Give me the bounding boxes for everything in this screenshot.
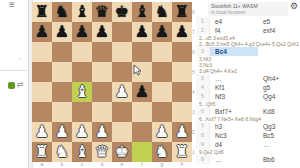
square-b7[interactable]: ♟ [52, 22, 72, 42]
square-h2[interactable]: ♟ [172, 122, 192, 142]
white-pawn[interactable]: ♟ [72, 122, 92, 142]
white-rook[interactable]: ♜ [32, 142, 52, 162]
white-pawn[interactable]: ♟ [92, 122, 112, 142]
engine-info-box: Stockfish 11+ WASM in local browser [208, 2, 288, 16]
square-e7[interactable] [112, 22, 132, 42]
square-h8[interactable]: ♜ [172, 2, 192, 22]
square-f2[interactable] [132, 122, 152, 142]
move-white[interactable]: Bc4 [210, 47, 258, 56]
white-pawn[interactable]: ♟ [52, 122, 72, 142]
engine-status: in local browser [211, 9, 285, 15]
square-a8[interactable]: ♜ [32, 2, 52, 22]
move-black[interactable]: Qg3 [258, 122, 300, 131]
black-pawn[interactable]: ♟ [72, 22, 92, 42]
square-b5[interactable] [52, 62, 72, 82]
square-a6[interactable] [32, 42, 52, 62]
move-number: 2 [196, 26, 210, 35]
white-knight[interactable]: ♞ [152, 142, 172, 162]
black-pawn[interactable]: ♟ [132, 22, 152, 42]
dot-icon: ◦ [19, 55, 21, 62]
square-d7[interactable]: ♟ [92, 22, 112, 42]
move-panel: Stockfish 11+ WASM in local browser ⚙ 1e… [196, 0, 300, 168]
square-a7[interactable]: ♟ [32, 22, 52, 42]
move-black[interactable]: Qg4 [258, 92, 300, 101]
rank-label-2: 2 [192, 122, 195, 142]
white-bishop[interactable]: ♝ [72, 142, 92, 162]
move-row: 6Bxf7+Kd8 [196, 107, 300, 116]
move-number: 4 [196, 83, 210, 92]
square-b2[interactable]: ♟ [52, 122, 72, 142]
square-h7[interactable]: ♟ [172, 22, 192, 42]
square-f8[interactable]: ♝ [132, 2, 152, 22]
move-black[interactable]: Kd8 [258, 107, 300, 116]
move-black[interactable]: Qh4+ [258, 74, 300, 83]
move-row: 3…Qh4+ [196, 74, 300, 83]
square-h6[interactable] [172, 42, 192, 62]
square-c8[interactable]: ♝ [72, 2, 92, 22]
square-g7[interactable]: ♟ [152, 22, 172, 42]
square-f5[interactable] [132, 62, 152, 82]
square-g5[interactable] [152, 62, 172, 82]
move-row: 3Bc4 [196, 47, 300, 56]
square-c4[interactable]: ♝ [72, 82, 92, 102]
move-row: 5Nf3Qg4 [196, 92, 300, 101]
file-label-f: f [132, 161, 152, 167]
black-pawn[interactable]: ♟ [32, 22, 52, 42]
square-e2[interactable] [112, 122, 132, 142]
move-black[interactable]: Bb6 [258, 155, 300, 164]
black-knight[interactable]: ♞ [152, 2, 172, 22]
move-number: 3 [196, 47, 210, 56]
rank-label-8: 8 [192, 2, 195, 22]
chess-board: ♜♞♝♛♚♝♞♜♟♟♟♟♟♟♟♝♟♟♟♟♟♟♟♟♜♞♝♛♚♞♜ [32, 2, 192, 162]
white-bishop[interactable]: ♝ [72, 82, 92, 102]
rank-coordinates: 87654321 [192, 2, 195, 162]
square-b4[interactable] [52, 82, 72, 102]
rank-label-1: 1 [192, 142, 195, 162]
square-h3[interactable] [172, 102, 192, 122]
hamburger-menu-icon[interactable]: ≡ [9, 0, 15, 10]
square-e8[interactable]: ♚ [112, 2, 132, 22]
square-f1[interactable] [132, 142, 152, 162]
move-row: 7h3Qg3 [196, 122, 300, 131]
square-a4[interactable] [32, 82, 52, 102]
move-number: 5 [196, 92, 210, 101]
square-d2[interactable]: ♟ [92, 122, 112, 142]
white-rook[interactable]: ♜ [172, 142, 192, 162]
square-f6[interactable] [132, 42, 152, 62]
black-rook[interactable]: ♜ [32, 2, 52, 22]
swap-icon[interactable]: ⇄ [17, 80, 24, 89]
square-b6[interactable] [52, 42, 72, 62]
square-d5[interactable] [92, 62, 112, 82]
square-c7[interactable]: ♟ [72, 22, 92, 42]
move-number: 1 [196, 17, 210, 26]
rank-label-3: 3 [192, 102, 195, 122]
black-bishop[interactable]: ♝ [72, 2, 92, 22]
black-pawn[interactable]: ♟ [92, 22, 112, 42]
square-h4[interactable] [172, 82, 192, 102]
square-f4[interactable]: ♟ [132, 82, 152, 102]
move-row: 1e4e5 [196, 17, 300, 26]
move-white[interactable]: h3 [210, 122, 258, 131]
white-pawn[interactable]: ♟ [112, 82, 132, 102]
square-e3[interactable] [112, 102, 132, 122]
square-d3[interactable] [92, 102, 112, 122]
white-knight[interactable]: ♞ [52, 142, 72, 162]
gear-icon[interactable]: ⚙ [290, 1, 298, 11]
move-black[interactable]: … [258, 140, 300, 149]
left-sidebar: ≡ ◦ ⇄ [0, 0, 29, 168]
white-queen[interactable]: ♛ [92, 142, 112, 162]
square-c3[interactable] [72, 102, 92, 122]
square-g4[interactable] [152, 82, 172, 102]
square-b1[interactable]: ♞ [52, 142, 72, 162]
square-d1[interactable]: ♛ [92, 142, 112, 162]
square-e4[interactable]: ♟ [112, 82, 132, 102]
move-black[interactable]: exf4 [258, 26, 300, 35]
move-list: 1e4e52f4exf42...d5 3.exd5 e42...Bc5 3.fx… [196, 17, 300, 164]
move-row: 4Kf1g5 [196, 83, 300, 92]
square-g1[interactable]: ♞ [152, 142, 172, 162]
square-c5[interactable] [72, 62, 92, 82]
square-h1[interactable]: ♜ [172, 142, 192, 162]
move-white[interactable]: Nf3 [210, 92, 258, 101]
square-d8[interactable]: ♛ [92, 2, 112, 22]
square-g3[interactable] [152, 102, 172, 122]
move-black[interactable]: g5 [258, 83, 300, 92]
square-a1[interactable]: ♜ [32, 142, 52, 162]
sidebar-divider [0, 70, 28, 71]
rank-label-7: 7 [192, 22, 195, 42]
square-b3[interactable] [52, 102, 72, 122]
square-e1[interactable]: ♚ [112, 142, 132, 162]
square-c1[interactable]: ♝ [72, 142, 92, 162]
move-number: 6 [196, 107, 210, 116]
analysis-app: ≡ ◦ ⇄ ♜♞♝♛♚♝♞♜♟♟♟♟♟♟♟♝♟♟♟♟♟♟♟♟♜♞♝♛♚♞♜ ab… [0, 0, 300, 168]
square-d4[interactable] [92, 82, 112, 102]
rank-label-5: 5 [192, 62, 195, 82]
move-number: 9 [196, 155, 210, 164]
black-rook[interactable]: ♜ [172, 2, 192, 22]
square-b8[interactable]: ♞ [52, 2, 72, 22]
black-king[interactable]: ♚ [112, 2, 132, 22]
square-c6[interactable] [72, 42, 92, 62]
square-f7[interactable]: ♟ [132, 22, 152, 42]
square-g8[interactable]: ♞ [152, 2, 172, 22]
square-a2[interactable]: ♟ [32, 122, 52, 142]
move-number: 8 [196, 131, 210, 140]
move-row: 9d4… [196, 140, 300, 149]
move-number: 9 [196, 140, 210, 149]
square-c2[interactable]: ♟ [72, 122, 92, 142]
black-pawn[interactable]: ♟ [132, 82, 152, 102]
rank-label-6: 6 [192, 42, 195, 62]
square-e5[interactable] [112, 62, 132, 82]
move-row: 8Nc3Bc5 [196, 131, 300, 140]
move-black[interactable]: Bc5 [258, 131, 300, 140]
green-square-icon[interactable] [8, 82, 15, 89]
square-d6[interactable] [92, 42, 112, 62]
move-white[interactable]: d4 [210, 140, 258, 149]
square-g6[interactable] [152, 42, 172, 62]
move-number: 3 [196, 74, 210, 83]
black-bishop[interactable]: ♝ [132, 2, 152, 22]
move-row: 2f4exf4 [196, 26, 300, 35]
move-black[interactable]: e5 [258, 17, 300, 26]
move-white[interactable]: f4 [210, 26, 258, 35]
white-king[interactable]: ♚ [112, 142, 132, 162]
square-e6[interactable] [112, 42, 132, 62]
black-pawn[interactable]: ♟ [172, 22, 192, 42]
black-queen[interactable]: ♛ [92, 2, 112, 22]
square-a5[interactable] [32, 62, 52, 82]
square-h5[interactable] [172, 62, 192, 82]
square-g2[interactable]: ♟ [152, 122, 172, 142]
white-pawn[interactable]: ♟ [32, 122, 52, 142]
move-white[interactable]: … [210, 74, 258, 83]
white-pawn[interactable]: ♟ [172, 122, 192, 142]
move-white[interactable]: Bxf7+ [210, 107, 258, 116]
black-knight[interactable]: ♞ [52, 2, 72, 22]
white-pawn[interactable]: ♟ [152, 122, 172, 142]
move-white[interactable]: Nc3 [210, 131, 258, 140]
move-row: 9…Bb6 [196, 155, 300, 164]
square-a3[interactable] [32, 102, 52, 122]
black-pawn[interactable]: ♟ [152, 22, 172, 42]
move-white[interactable]: e4 [210, 17, 258, 26]
black-pawn[interactable]: ♟ [52, 22, 72, 42]
rank-label-4: 4 [192, 82, 195, 102]
square-f3[interactable] [132, 102, 152, 122]
move-white[interactable]: Kf1 [210, 83, 258, 92]
move-white[interactable]: … [210, 155, 258, 164]
move-number: 7 [196, 122, 210, 131]
